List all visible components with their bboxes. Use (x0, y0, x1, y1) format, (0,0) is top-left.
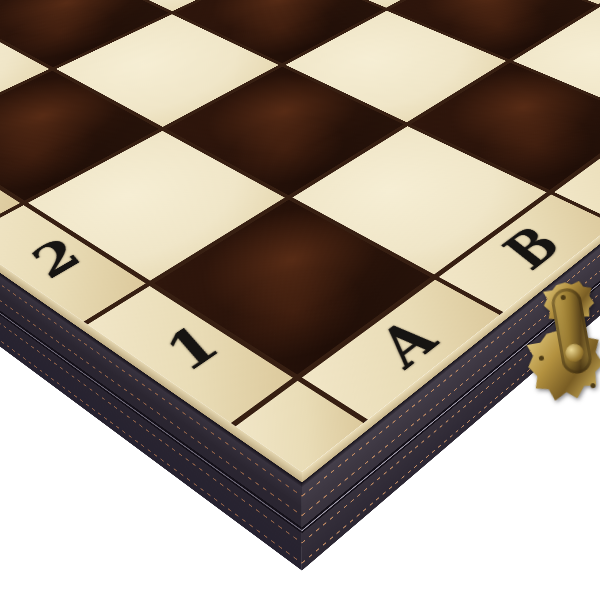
file-label-text: B (486, 225, 571, 276)
chess-board-case: 87654321ABCDEFGH (0, 0, 600, 472)
latch-screw (590, 383, 596, 389)
brass-latch (509, 287, 600, 415)
photo-frame: 87654321ABCDEFGH (0, 0, 600, 600)
rank-label-text: 1 (146, 323, 230, 379)
rank-label-text: 2 (14, 237, 91, 285)
